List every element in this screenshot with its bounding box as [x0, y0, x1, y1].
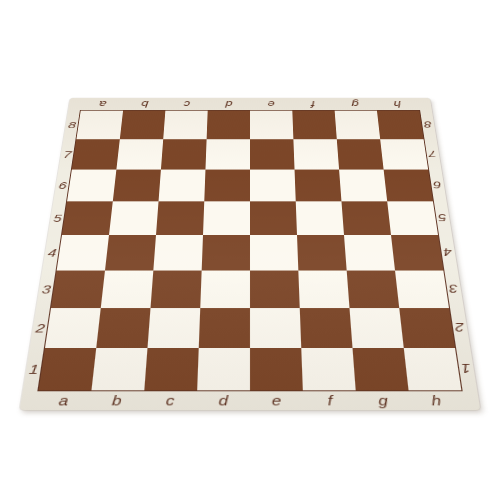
square-h8[interactable]	[377, 111, 424, 140]
file-top-label-g: g	[334, 98, 377, 110]
square-a7[interactable]	[72, 139, 120, 169]
square-a5[interactable]	[62, 201, 113, 235]
square-b1[interactable]	[91, 348, 147, 390]
file-labels-bottom: abcdefgh	[36, 390, 465, 410]
square-b3[interactable]	[101, 271, 154, 309]
square-f4[interactable]	[297, 235, 347, 271]
square-d5[interactable]	[203, 201, 250, 235]
file-top-label-c: c	[165, 98, 208, 110]
square-d2[interactable]	[199, 308, 250, 348]
file-bottom-label-d: d	[196, 390, 250, 410]
square-b4[interactable]	[105, 235, 156, 271]
file-top-label-d: d	[208, 98, 250, 110]
square-e2[interactable]	[250, 308, 301, 348]
file-top-label-e: e	[250, 98, 292, 110]
square-b8[interactable]	[120, 111, 166, 140]
square-e5[interactable]	[250, 201, 297, 235]
file-top-label-b: b	[123, 98, 166, 110]
square-h1[interactable]	[404, 348, 462, 390]
square-b2[interactable]	[96, 308, 150, 348]
file-bottom-label-a: a	[36, 390, 92, 410]
square-h7[interactable]	[380, 139, 428, 169]
square-g1[interactable]	[353, 348, 409, 390]
square-a4[interactable]	[57, 235, 109, 271]
square-c2[interactable]	[147, 308, 200, 348]
file-bottom-label-e: e	[250, 390, 304, 410]
file-bottom-label-c: c	[143, 390, 197, 410]
square-e8[interactable]	[250, 111, 293, 140]
file-labels-top: abcdefgh	[81, 98, 420, 110]
square-c1[interactable]	[144, 348, 198, 390]
square-e4[interactable]	[250, 235, 298, 271]
square-c8[interactable]	[163, 111, 207, 140]
square-g6[interactable]	[339, 170, 387, 202]
square-h3[interactable]	[395, 271, 449, 309]
square-c6[interactable]	[159, 170, 206, 202]
square-a6[interactable]	[67, 170, 116, 202]
square-d8[interactable]	[207, 111, 250, 140]
file-top-label-f: f	[292, 98, 335, 110]
square-a8[interactable]	[76, 111, 123, 140]
square-g4[interactable]	[344, 235, 395, 271]
square-d3[interactable]	[200, 271, 250, 309]
file-top-label-h: h	[376, 98, 420, 110]
file-bottom-label-g: g	[356, 390, 411, 410]
square-d7[interactable]	[205, 139, 250, 169]
square-g7[interactable]	[337, 139, 384, 169]
square-f2[interactable]	[300, 308, 353, 348]
square-f3[interactable]	[298, 271, 349, 309]
square-g8[interactable]	[335, 111, 381, 140]
square-f5[interactable]	[296, 201, 344, 235]
file-bottom-label-h: h	[409, 390, 465, 410]
square-e3[interactable]	[250, 271, 300, 309]
square-h6[interactable]	[384, 170, 433, 202]
square-a1[interactable]	[39, 348, 97, 390]
square-f7[interactable]	[293, 139, 339, 169]
square-f8[interactable]	[292, 111, 336, 140]
square-e6[interactable]	[250, 170, 296, 202]
square-c4[interactable]	[153, 235, 203, 271]
square-d1[interactable]	[197, 348, 250, 390]
chess-mat: abcdefgh 87654321 87654321 abcdefgh	[20, 98, 481, 410]
square-f1[interactable]	[301, 348, 355, 390]
square-b6[interactable]	[113, 170, 161, 202]
square-h4[interactable]	[391, 235, 443, 271]
file-bottom-label-f: f	[303, 390, 357, 410]
chessboard-product-photo: abcdefgh 87654321 87654321 abcdefgh	[0, 0, 500, 500]
square-c7[interactable]	[161, 139, 207, 169]
file-top-label-a: a	[81, 98, 125, 110]
square-g5[interactable]	[341, 201, 391, 235]
square-a3[interactable]	[51, 271, 105, 309]
square-h5[interactable]	[387, 201, 438, 235]
square-e1[interactable]	[250, 348, 303, 390]
square-g2[interactable]	[350, 308, 404, 348]
square-g3[interactable]	[347, 271, 400, 309]
square-e7[interactable]	[250, 139, 295, 169]
file-bottom-label-b: b	[89, 390, 144, 410]
square-h2[interactable]	[399, 308, 455, 348]
square-a2[interactable]	[45, 308, 101, 348]
square-d6[interactable]	[204, 170, 250, 202]
square-b7[interactable]	[116, 139, 163, 169]
square-c3[interactable]	[150, 271, 201, 309]
square-c5[interactable]	[156, 201, 204, 235]
square-f6[interactable]	[295, 170, 342, 202]
chessboard-grid	[39, 111, 462, 391]
square-d4[interactable]	[202, 235, 250, 271]
square-b5[interactable]	[109, 201, 159, 235]
